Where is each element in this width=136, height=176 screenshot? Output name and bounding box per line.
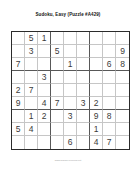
cell-r2c6[interactable] [77, 45, 90, 58]
cell-r4c7[interactable] [90, 71, 103, 84]
cell-r4c8[interactable] [103, 71, 116, 84]
cell-r7c6[interactable] [77, 110, 90, 123]
cell-r5c6[interactable] [77, 84, 90, 97]
cell-r1c5[interactable] [64, 32, 77, 45]
cell-r5c8[interactable] [103, 84, 116, 97]
cell-r9c9[interactable] [116, 136, 129, 149]
cell-r1c8[interactable] [103, 32, 116, 45]
cell-r1c4[interactable] [51, 32, 64, 45]
cell-r6c3[interactable]: 4 [38, 97, 51, 110]
cell-r3c4[interactable] [51, 58, 64, 71]
cell-r2c7[interactable] [90, 45, 103, 58]
cell-r6c1[interactable]: 9 [12, 97, 25, 110]
cell-r2c5[interactable] [64, 45, 77, 58]
cell-r1c9[interactable] [116, 32, 129, 45]
cell-r4c3[interactable]: 3 [38, 71, 51, 84]
cell-r7c8[interactable]: 8 [103, 110, 116, 123]
page-title: Sudoku, Easy (Puzzle #A429) [0, 12, 136, 17]
cell-r3c2[interactable] [25, 58, 38, 71]
cell-r1c3[interactable]: 1 [38, 32, 51, 45]
cell-r5c2[interactable]: 7 [25, 84, 38, 97]
cell-r8c6[interactable] [77, 123, 90, 136]
cell-r5c1[interactable]: 2 [12, 84, 25, 97]
footer-url: www.sudoku-puzzles.net [48, 159, 89, 162]
cell-r6c8[interactable] [103, 97, 116, 110]
cell-r5c3[interactable] [38, 84, 51, 97]
cell-r7c5[interactable]: 3 [64, 110, 77, 123]
cell-r3c9[interactable]: 8 [116, 58, 129, 71]
cell-r3c7[interactable] [90, 58, 103, 71]
cell-r1c7[interactable] [90, 32, 103, 45]
cell-r9c3[interactable] [38, 136, 51, 149]
cell-r5c7[interactable] [90, 84, 103, 97]
cell-r2c4[interactable]: 5 [51, 45, 64, 58]
cell-r3c3[interactable] [38, 58, 51, 71]
cell-r6c6[interactable]: 3 [77, 97, 90, 110]
cell-r7c1[interactable] [12, 110, 25, 123]
cell-r4c1[interactable] [12, 71, 25, 84]
cell-r8c8[interactable] [103, 123, 116, 136]
cell-r8c1[interactable]: 5 [12, 123, 25, 136]
cell-r4c4[interactable] [51, 71, 64, 84]
cell-r7c4[interactable] [51, 110, 64, 123]
cell-r5c9[interactable] [116, 84, 129, 97]
cell-r8c7[interactable]: 1 [90, 123, 103, 136]
cell-r2c8[interactable] [103, 45, 116, 58]
cell-r9c7[interactable]: 4 [90, 136, 103, 149]
cell-r8c4[interactable] [51, 123, 64, 136]
cell-r6c4[interactable]: 7 [51, 97, 64, 110]
cell-r9c4[interactable] [51, 136, 64, 149]
cell-r9c6[interactable] [77, 136, 90, 149]
cell-r1c2[interactable]: 5 [25, 32, 38, 45]
cell-r9c1[interactable] [12, 136, 25, 149]
cell-r6c7[interactable]: 2 [90, 97, 103, 110]
cell-r9c5[interactable]: 6 [64, 136, 77, 149]
cell-r2c3[interactable] [38, 45, 51, 58]
sudoku-sheet: Sudoku, Easy (Puzzle #A429) 513597168327… [0, 0, 136, 176]
cell-r8c2[interactable]: 4 [25, 123, 38, 136]
cell-r9c2[interactable] [25, 136, 38, 149]
cell-r3c8[interactable]: 6 [103, 58, 116, 71]
cell-r6c5[interactable] [64, 97, 77, 110]
cell-r7c2[interactable]: 1 [25, 110, 38, 123]
cell-r1c6[interactable] [77, 32, 90, 45]
cell-r5c5[interactable] [64, 84, 77, 97]
cell-r1c1[interactable] [12, 32, 25, 45]
cell-r2c9[interactable]: 9 [116, 45, 129, 58]
cell-r3c1[interactable]: 7 [12, 58, 25, 71]
cell-r3c5[interactable]: 1 [64, 58, 77, 71]
cell-r7c3[interactable]: 2 [38, 110, 51, 123]
cell-r7c9[interactable] [116, 110, 129, 123]
cell-r5c4[interactable] [51, 84, 64, 97]
cell-r7c7[interactable]: 9 [90, 110, 103, 123]
cell-r9c8[interactable]: 7 [103, 136, 116, 149]
cell-r4c2[interactable] [25, 71, 38, 84]
cell-r6c9[interactable] [116, 97, 129, 110]
cell-r4c6[interactable] [77, 71, 90, 84]
cell-r8c3[interactable] [38, 123, 51, 136]
cell-r8c5[interactable] [64, 123, 77, 136]
cell-r2c1[interactable] [12, 45, 25, 58]
cell-r3c6[interactable] [77, 58, 90, 71]
sudoku-grid: 5135971683279473212398541647 [11, 31, 130, 150]
cell-r4c5[interactable] [64, 71, 77, 84]
cell-r8c9[interactable] [116, 123, 129, 136]
cell-r2c2[interactable]: 3 [25, 45, 38, 58]
cell-r6c2[interactable] [25, 97, 38, 110]
cell-r4c9[interactable] [116, 71, 129, 84]
